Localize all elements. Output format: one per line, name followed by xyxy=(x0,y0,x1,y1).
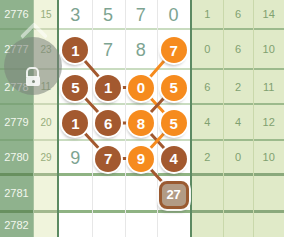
digit-circle-orange: 9 xyxy=(128,146,154,172)
digit-circle-brown: 7 xyxy=(95,146,121,172)
lock-icon xyxy=(26,67,40,86)
digit-circle-orange: 8 xyxy=(128,110,154,136)
plain-digit: 7 xyxy=(125,0,158,30)
digit-circle-brown: 1 xyxy=(62,110,88,136)
lottery-trend-chart: 2776277727782779278027812782 1523112029 … xyxy=(0,0,284,237)
plain-digit: 8 xyxy=(125,30,158,70)
plain-digit: 7 xyxy=(92,30,125,70)
digit-circle-orange: 0 xyxy=(128,75,154,101)
plain-digit: 3 xyxy=(59,0,92,30)
digit-circle-orange: 5 xyxy=(161,75,187,101)
digit-circle-brown: 5 xyxy=(62,75,88,101)
plain-digit: 9 xyxy=(59,141,92,176)
digit-circle-brown: 1 xyxy=(62,37,88,63)
lock-button[interactable] xyxy=(4,37,62,95)
digit-circle-brown: 4 xyxy=(161,146,187,172)
digit-circle-brown: 1 xyxy=(95,75,121,101)
digit-circle-orange: 7 xyxy=(161,37,187,63)
digit-circle-orange: 5 xyxy=(161,110,187,136)
sum-badge: 27 xyxy=(159,181,189,209)
plain-digit: 5 xyxy=(92,0,125,30)
plain-digit: 0 xyxy=(157,0,190,30)
digit-circle-brown: 6 xyxy=(95,110,121,136)
